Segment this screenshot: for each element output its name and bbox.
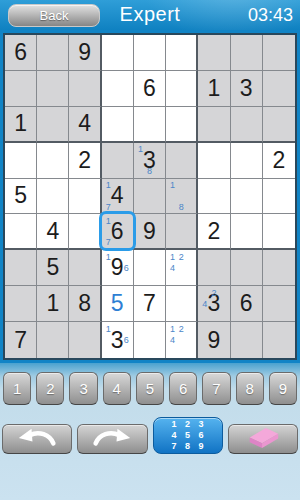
cell-r3c4[interactable] [102,107,134,143]
cell-r4c7[interactable] [198,143,230,179]
pencil-marks: 17 [104,215,131,247]
given-digit: 2 [263,143,295,178]
cell-r8c5[interactable]: 7 [134,286,166,322]
cell-r2c2[interactable] [37,71,69,107]
pencil-marks: 16 [104,251,131,284]
given-digit: 4 [69,107,99,141]
numpad-key-3[interactable]: 3 [69,372,97,405]
cell-r9c8[interactable] [231,322,263,358]
cell-r6c6[interactable] [166,214,198,250]
cell-r5c4[interactable]: 417 [102,179,134,215]
cell-r3c2[interactable] [37,107,69,143]
cell-r5c1[interactable]: 5 [5,179,37,215]
cell-r4c8[interactable] [231,143,263,179]
cell-r5c9[interactable] [263,179,295,215]
redo-arrow-icon [92,426,132,452]
cell-r9c6[interactable]: 124 [166,322,198,358]
cell-r1c8[interactable] [231,35,263,71]
given-digit: 1 [5,107,36,141]
given-digit: 6 [5,35,36,70]
cell-r8c9[interactable] [263,286,295,322]
given-digit: 1 [37,286,68,321]
cell-r7c6[interactable]: 124 [166,250,198,286]
cell-r4c1[interactable] [5,143,37,179]
user-digit: 5 [102,286,133,321]
cell-r7c8[interactable] [231,250,263,286]
cell-r4c4[interactable] [102,143,134,179]
pencil-marks: 18 [168,180,194,213]
pencil-marks: 16 [104,323,131,357]
cell-r5c8[interactable] [231,179,263,215]
given-digit: 6 [231,286,262,321]
cell-r5c3[interactable] [69,179,101,215]
given-digit: 6 [134,71,165,106]
pencil-row-2: 4 5 6 [169,430,207,441]
cell-r7c9[interactable] [263,250,295,286]
pencil-row-1: 1 2 3 [169,419,207,430]
sudoku-board: 6961314231825417184617925916124185732467… [3,33,297,360]
eraser-icon [244,425,282,454]
cell-r2c8[interactable]: 3 [231,71,263,107]
given-digit: 2 [198,214,229,248]
number-pad: 1 2 3 4 5 6 7 8 9 [3,372,297,405]
cell-r9c9[interactable] [263,322,295,358]
cell-r1c7[interactable] [198,35,230,71]
given-digit: 7 [5,322,36,358]
given-digit [263,322,295,358]
cell-r8c6[interactable] [166,286,198,322]
given-digit: 9 [198,322,229,358]
numpad-key-9[interactable]: 9 [269,372,297,405]
cell-r2c6[interactable] [166,71,198,107]
cell-r8c7[interactable]: 324 [198,286,230,322]
cell-r3c9[interactable] [263,107,295,143]
cell-r3c1[interactable]: 1 [5,107,37,143]
cell-r8c2[interactable]: 1 [37,286,69,322]
cell-r8c8[interactable]: 6 [231,286,263,322]
given-digit: 5 [37,250,68,285]
given-digit: 8 [69,286,99,321]
cell-r3c5[interactable] [134,107,166,143]
numpad-key-1[interactable]: 1 [3,372,31,405]
numpad-key-2[interactable]: 2 [36,372,64,405]
cell-r1c4[interactable] [102,35,134,71]
cell-r3c6[interactable] [166,107,198,143]
numpad-key-6[interactable]: 6 [169,372,197,405]
cell-r3c7[interactable] [198,107,230,143]
cell-r6c4[interactable]: 617 [102,214,134,250]
cell-r6c1[interactable] [5,214,37,250]
cell-r9c7[interactable]: 9 [198,322,230,358]
undo-button[interactable] [2,424,72,454]
cell-r4c2[interactable] [37,143,69,179]
cell-r2c9[interactable] [263,71,295,107]
cell-r6c9[interactable] [263,214,295,250]
pencil-marks: 124 [168,323,194,357]
cell-r5c2[interactable] [37,179,69,215]
pencil-notes-button[interactable]: 1 2 3 4 5 6 7 8 9 [153,417,223,454]
toolbar: 1 2 3 4 5 6 7 8 9 [2,417,298,454]
header-bar: Back Expert 03:43 [0,0,300,30]
cell-r6c3[interactable] [69,214,101,250]
cell-r3c8[interactable] [231,107,263,143]
cell-r2c7[interactable]: 1 [198,71,230,107]
cell-r1c1[interactable]: 6 [5,35,37,71]
cell-r1c3[interactable]: 9 [69,35,101,71]
numpad-key-5[interactable]: 5 [136,372,164,405]
cell-r5c7[interactable] [198,179,230,215]
cell-r9c2[interactable] [37,322,69,358]
cell-r5c5[interactable] [134,179,166,215]
cell-r6c7[interactable]: 2 [198,214,230,250]
cell-r8c4[interactable]: 5 [102,286,134,322]
numpad-key-7[interactable]: 7 [202,372,230,405]
numpad-key-8[interactable]: 8 [236,372,264,405]
cell-r8c1[interactable] [5,286,37,322]
cell-r6c2[interactable]: 4 [37,214,69,250]
cell-r9c4[interactable]: 316 [102,322,134,358]
pencil-marks: 124 [168,251,194,284]
given-digit: 3 [231,71,262,106]
undo-arrow-icon [17,426,57,452]
cell-r1c9[interactable] [263,35,295,71]
cell-r7c7[interactable] [198,250,230,286]
cell-r9c3[interactable] [69,322,101,358]
cell-r6c8[interactable] [231,214,263,250]
eraser-button[interactable] [228,424,298,454]
cell-r7c5[interactable] [134,250,166,286]
given-digit: 1 [198,71,229,106]
cell-r7c2[interactable]: 5 [37,250,69,286]
cell-r4c6[interactable] [166,143,198,179]
cell-r7c1[interactable] [5,250,37,286]
cell-r1c6[interactable] [166,35,198,71]
cell-r1c2[interactable] [37,35,69,71]
cell-r5c6[interactable]: 18 [166,179,198,215]
pencil-marks: 18 [136,144,163,177]
control-area: 1 2 3 4 5 6 7 8 9 1 2 [0,363,300,500]
cell-r4c9[interactable]: 2 [263,143,295,179]
cell-r2c3[interactable] [69,71,101,107]
cell-r1c5[interactable] [134,35,166,71]
given-digit: 4 [37,214,68,248]
cell-r7c3[interactable] [69,250,101,286]
cell-r6c5[interactable]: 9 [134,214,166,250]
given-digit: 5 [5,179,36,214]
pencil-marks: 24 [200,287,227,320]
given-digit: 9 [69,35,99,70]
cell-r4c3[interactable]: 2 [69,143,101,179]
given-digit: 2 [69,143,99,178]
cell-r2c5[interactable]: 6 [134,71,166,107]
pencil-marks: 17 [104,180,131,213]
cell-r9c5[interactable] [134,322,166,358]
numpad-key-4[interactable]: 4 [103,372,131,405]
cell-r2c1[interactable] [5,71,37,107]
cell-r3c3[interactable]: 4 [69,107,101,143]
cell-r4c5[interactable]: 318 [134,143,166,179]
redo-button[interactable] [77,424,147,454]
game-timer: 03:43 [248,5,293,26]
given-digit: 9 [134,214,165,248]
cell-r7c4[interactable]: 916 [102,250,134,286]
pencil-row-3: 7 8 9 [169,441,207,452]
board-area: 6961314231825417184617925916124185732467… [0,30,300,363]
cell-r2c4[interactable] [102,71,134,107]
cell-r9c1[interactable]: 7 [5,322,37,358]
cell-r8c3[interactable]: 8 [69,286,101,322]
given-digit: 7 [134,286,165,321]
